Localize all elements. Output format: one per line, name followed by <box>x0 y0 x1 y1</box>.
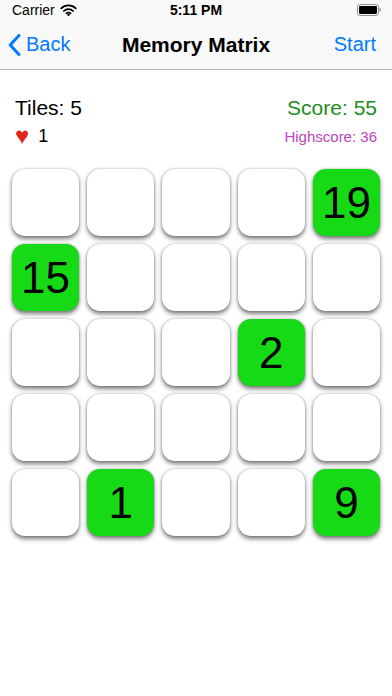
tile-r1c2[interactable] <box>87 169 154 236</box>
hud-row-2: ♥ 1 Highscore: 36 <box>15 125 377 147</box>
back-button[interactable]: Back <box>8 33 70 56</box>
hud-row-1: Tiles: 5 Score: 55 <box>15 96 377 120</box>
board: 1915219 <box>0 169 392 536</box>
tile-r1c5[interactable]: 19 <box>313 169 380 236</box>
start-button[interactable]: Start <box>334 33 376 56</box>
tile-r3c3[interactable] <box>162 319 229 386</box>
carrier-label: Carrier <box>12 2 55 18</box>
tile-r4c5[interactable] <box>313 394 380 461</box>
tile-r4c4[interactable] <box>238 394 305 461</box>
tile-r2c3[interactable] <box>162 244 229 311</box>
chevron-left-icon <box>8 34 21 56</box>
tiles-count-label: Tiles: 5 <box>15 96 82 120</box>
nav-bar: Back Memory Matrix Start <box>0 20 392 70</box>
back-label: Back <box>26 33 70 56</box>
status-left: Carrier <box>12 2 77 18</box>
tile-r5c5[interactable]: 9 <box>313 469 380 536</box>
tile-r5c4[interactable] <box>238 469 305 536</box>
battery-icon <box>357 4 382 16</box>
status-right <box>357 4 382 16</box>
tile-r3c2[interactable] <box>87 319 154 386</box>
tile-r1c4[interactable] <box>238 169 305 236</box>
tile-r3c1[interactable] <box>12 319 79 386</box>
score-label: Score: 55 <box>287 96 377 120</box>
hud: Tiles: 5 Score: 55 ♥ 1 Highscore: 36 <box>0 70 392 147</box>
lives-indicator: ♥ 1 <box>15 126 48 147</box>
tile-r1c3[interactable] <box>162 169 229 236</box>
tile-r3c5[interactable] <box>313 319 380 386</box>
tile-r2c5[interactable] <box>313 244 380 311</box>
tile-r2c4[interactable] <box>238 244 305 311</box>
tile-r5c3[interactable] <box>162 469 229 536</box>
lives-count: 1 <box>38 126 48 147</box>
tile-r4c3[interactable] <box>162 394 229 461</box>
tile-r3c4[interactable]: 2 <box>238 319 305 386</box>
status-bar: Carrier 5:11 PM <box>0 0 392 20</box>
tile-r1c1[interactable] <box>12 169 79 236</box>
tile-r5c2[interactable]: 1 <box>87 469 154 536</box>
wifi-icon <box>60 4 77 16</box>
tile-r2c1[interactable]: 15 <box>12 244 79 311</box>
tile-r5c1[interactable] <box>12 469 79 536</box>
highscore-label: Highscore: 36 <box>284 128 377 145</box>
screen: Carrier 5:11 PM <box>0 0 392 696</box>
heart-icon: ♥ <box>15 126 29 146</box>
tile-r4c1[interactable] <box>12 394 79 461</box>
tile-r2c2[interactable] <box>87 244 154 311</box>
tile-r4c2[interactable] <box>87 394 154 461</box>
